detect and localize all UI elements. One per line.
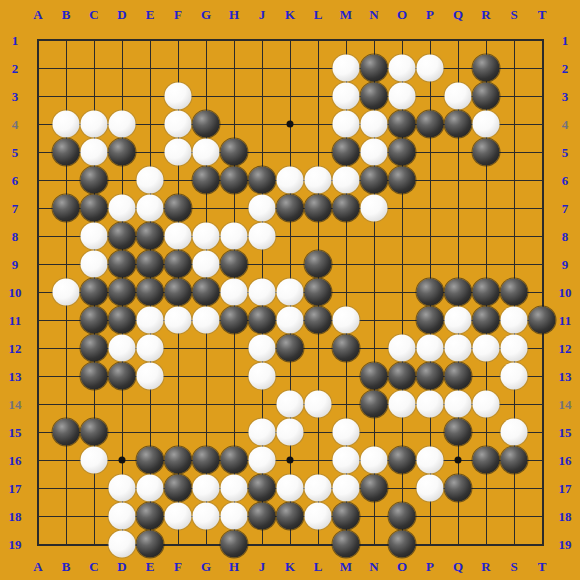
white-stone-C9: [81, 251, 108, 278]
white-stone-K10: [277, 279, 304, 306]
star-point-K4: [287, 121, 294, 128]
white-stone-C8: [81, 223, 108, 250]
black-stone-C11: [81, 307, 108, 334]
black-stone-O5: [389, 139, 416, 166]
col-label-bottom-J: J: [259, 560, 266, 573]
white-stone-M2: [333, 55, 360, 82]
black-stone-L9: [305, 251, 332, 278]
white-stone-N7: [361, 195, 388, 222]
col-label-top-R: R: [481, 8, 490, 21]
white-stone-L18: [305, 503, 332, 530]
row-label-right-8: 8: [562, 230, 569, 243]
black-stone-D8: [109, 223, 136, 250]
white-stone-P16: [417, 447, 444, 474]
black-stone-H11: [221, 307, 248, 334]
row-label-left-19: 19: [9, 538, 22, 551]
white-stone-G17: [193, 475, 220, 502]
black-stone-B15: [53, 419, 80, 446]
black-stone-H5: [221, 139, 248, 166]
white-stone-N16: [361, 447, 388, 474]
white-stone-J13: [249, 363, 276, 390]
black-stone-R5: [473, 139, 500, 166]
white-stone-Q3: [445, 83, 472, 110]
black-stone-S16: [501, 447, 528, 474]
black-stone-E10: [137, 279, 164, 306]
col-label-top-M: M: [340, 8, 352, 21]
white-stone-K17: [277, 475, 304, 502]
row-label-left-11: 11: [9, 314, 21, 327]
black-stone-Q15: [445, 419, 472, 446]
black-stone-L10: [305, 279, 332, 306]
col-label-top-J: J: [259, 8, 266, 21]
black-stone-D10: [109, 279, 136, 306]
black-stone-G6: [193, 167, 220, 194]
black-stone-P4: [417, 111, 444, 138]
col-label-top-G: G: [201, 8, 211, 21]
black-stone-R2: [473, 55, 500, 82]
col-label-top-Q: Q: [453, 8, 463, 21]
black-stone-Q13: [445, 363, 472, 390]
white-stone-D7: [109, 195, 136, 222]
white-stone-L14: [305, 391, 332, 418]
row-label-right-2: 2: [562, 62, 569, 75]
black-stone-N6: [361, 167, 388, 194]
black-stone-S10: [501, 279, 528, 306]
col-label-bottom-F: F: [174, 560, 182, 573]
black-stone-R10: [473, 279, 500, 306]
black-stone-J11: [249, 307, 276, 334]
row-label-right-6: 6: [562, 174, 569, 187]
row-label-right-10: 10: [559, 286, 572, 299]
white-stone-B4: [53, 111, 80, 138]
black-stone-E8: [137, 223, 164, 250]
black-stone-E19: [137, 531, 164, 558]
black-stone-C7: [81, 195, 108, 222]
row-label-left-5: 5: [12, 146, 19, 159]
white-stone-L17: [305, 475, 332, 502]
black-stone-C15: [81, 419, 108, 446]
black-stone-G4: [193, 111, 220, 138]
col-label-top-O: O: [397, 8, 407, 21]
white-stone-G8: [193, 223, 220, 250]
white-stone-C5: [81, 139, 108, 166]
white-stone-P17: [417, 475, 444, 502]
black-stone-Q4: [445, 111, 472, 138]
white-stone-E13: [137, 363, 164, 390]
white-stone-O3: [389, 83, 416, 110]
col-label-top-A: A: [33, 8, 42, 21]
row-label-right-4: 4: [562, 118, 569, 131]
col-label-bottom-S: S: [510, 560, 517, 573]
col-label-top-C: C: [89, 8, 98, 21]
black-stone-O18: [389, 503, 416, 530]
black-stone-C6: [81, 167, 108, 194]
black-stone-J17: [249, 475, 276, 502]
black-stone-Q10: [445, 279, 472, 306]
black-stone-N13: [361, 363, 388, 390]
white-stone-J15: [249, 419, 276, 446]
black-stone-L11: [305, 307, 332, 334]
white-stone-F3: [165, 83, 192, 110]
white-stone-C16: [81, 447, 108, 474]
row-label-right-7: 7: [562, 202, 569, 215]
black-stone-M7: [333, 195, 360, 222]
black-stone-E16: [137, 447, 164, 474]
col-label-bottom-G: G: [201, 560, 211, 573]
black-stone-L7: [305, 195, 332, 222]
white-stone-H10: [221, 279, 248, 306]
white-stone-J16: [249, 447, 276, 474]
white-stone-F4: [165, 111, 192, 138]
col-label-top-E: E: [146, 8, 155, 21]
col-label-bottom-E: E: [146, 560, 155, 573]
white-stone-E7: [137, 195, 164, 222]
black-stone-K7: [277, 195, 304, 222]
white-stone-G11: [193, 307, 220, 334]
black-stone-R3: [473, 83, 500, 110]
white-stone-M16: [333, 447, 360, 474]
black-stone-H16: [221, 447, 248, 474]
row-label-left-8: 8: [12, 230, 19, 243]
col-label-bottom-B: B: [62, 560, 71, 573]
black-stone-F10: [165, 279, 192, 306]
white-stone-J10: [249, 279, 276, 306]
star-point-D16: [119, 457, 126, 464]
col-label-top-T: T: [538, 8, 547, 21]
col-label-bottom-P: P: [426, 560, 434, 573]
row-label-left-1: 1: [12, 34, 19, 47]
white-stone-Q11: [445, 307, 472, 334]
black-stone-C12: [81, 335, 108, 362]
row-label-left-16: 16: [9, 454, 22, 467]
black-stone-P10: [417, 279, 444, 306]
white-stone-M15: [333, 419, 360, 446]
white-stone-C4: [81, 111, 108, 138]
black-stone-N17: [361, 475, 388, 502]
col-label-bottom-L: L: [314, 560, 323, 573]
black-stone-D9: [109, 251, 136, 278]
row-label-right-18: 18: [559, 510, 572, 523]
white-stone-G18: [193, 503, 220, 530]
black-stone-O19: [389, 531, 416, 558]
white-stone-F8: [165, 223, 192, 250]
col-label-bottom-R: R: [481, 560, 490, 573]
white-stone-B10: [53, 279, 80, 306]
row-label-left-18: 18: [9, 510, 22, 523]
row-label-left-13: 13: [9, 370, 22, 383]
black-stone-F17: [165, 475, 192, 502]
white-stone-S15: [501, 419, 528, 446]
white-stone-E17: [137, 475, 164, 502]
col-label-bottom-Q: Q: [453, 560, 463, 573]
black-stone-H6: [221, 167, 248, 194]
black-stone-P11: [417, 307, 444, 334]
black-stone-M19: [333, 531, 360, 558]
white-stone-E11: [137, 307, 164, 334]
white-stone-E6: [137, 167, 164, 194]
white-stone-Q14: [445, 391, 472, 418]
white-stone-O12: [389, 335, 416, 362]
star-point-K16: [287, 457, 294, 464]
col-label-top-S: S: [510, 8, 517, 21]
black-stone-M12: [333, 335, 360, 362]
white-stone-H18: [221, 503, 248, 530]
col-label-top-K: K: [285, 8, 295, 21]
black-stone-B7: [53, 195, 80, 222]
white-stone-R12: [473, 335, 500, 362]
white-stone-K15: [277, 419, 304, 446]
black-stone-F16: [165, 447, 192, 474]
black-stone-F9: [165, 251, 192, 278]
white-stone-R4: [473, 111, 500, 138]
white-stone-J8: [249, 223, 276, 250]
white-stone-J7: [249, 195, 276, 222]
white-stone-K14: [277, 391, 304, 418]
black-stone-M18: [333, 503, 360, 530]
black-stone-K12: [277, 335, 304, 362]
white-stone-F18: [165, 503, 192, 530]
row-label-left-7: 7: [12, 202, 19, 215]
row-label-left-15: 15: [9, 426, 22, 439]
row-label-right-5: 5: [562, 146, 569, 159]
row-label-right-13: 13: [559, 370, 572, 383]
go-board[interactable]: AABBCCDDEEFFGGHHJJKKLLMMNNOOPPQQRRSSTT11…: [0, 0, 580, 580]
white-stone-H17: [221, 475, 248, 502]
black-stone-H19: [221, 531, 248, 558]
black-stone-J6: [249, 167, 276, 194]
col-label-bottom-H: H: [229, 560, 239, 573]
white-stone-D19: [109, 531, 136, 558]
black-stone-T11: [529, 307, 556, 334]
row-label-right-17: 17: [559, 482, 572, 495]
black-stone-R11: [473, 307, 500, 334]
row-label-right-14: 14: [559, 398, 572, 411]
white-stone-P14: [417, 391, 444, 418]
row-label-right-15: 15: [559, 426, 572, 439]
black-stone-O6: [389, 167, 416, 194]
white-stone-P2: [417, 55, 444, 82]
white-stone-S11: [501, 307, 528, 334]
black-stone-E9: [137, 251, 164, 278]
white-stone-F5: [165, 139, 192, 166]
row-label-left-17: 17: [9, 482, 22, 495]
black-stone-O4: [389, 111, 416, 138]
black-stone-G10: [193, 279, 220, 306]
row-label-right-11: 11: [559, 314, 571, 327]
white-stone-L6: [305, 167, 332, 194]
col-label-bottom-D: D: [117, 560, 126, 573]
white-stone-G5: [193, 139, 220, 166]
black-stone-O16: [389, 447, 416, 474]
white-stone-S12: [501, 335, 528, 362]
row-label-left-4: 4: [12, 118, 19, 131]
white-stone-O14: [389, 391, 416, 418]
white-stone-J12: [249, 335, 276, 362]
white-stone-D17: [109, 475, 136, 502]
black-stone-R16: [473, 447, 500, 474]
col-label-bottom-M: M: [340, 560, 352, 573]
col-label-bottom-O: O: [397, 560, 407, 573]
black-stone-N14: [361, 391, 388, 418]
white-stone-D18: [109, 503, 136, 530]
black-stone-N3: [361, 83, 388, 110]
col-label-top-D: D: [117, 8, 126, 21]
black-stone-Q17: [445, 475, 472, 502]
white-stone-E12: [137, 335, 164, 362]
row-label-left-10: 10: [9, 286, 22, 299]
white-stone-S13: [501, 363, 528, 390]
white-stone-D12: [109, 335, 136, 362]
col-label-top-P: P: [426, 8, 434, 21]
black-stone-P13: [417, 363, 444, 390]
row-label-left-6: 6: [12, 174, 19, 187]
black-stone-D13: [109, 363, 136, 390]
col-label-bottom-N: N: [369, 560, 378, 573]
row-label-right-3: 3: [562, 90, 569, 103]
white-stone-M17: [333, 475, 360, 502]
col-label-bottom-K: K: [285, 560, 295, 573]
black-stone-N2: [361, 55, 388, 82]
white-stone-K6: [277, 167, 304, 194]
white-stone-H8: [221, 223, 248, 250]
col-label-top-F: F: [174, 8, 182, 21]
col-label-top-B: B: [62, 8, 71, 21]
col-label-bottom-A: A: [33, 560, 42, 573]
black-stone-O13: [389, 363, 416, 390]
col-label-top-N: N: [369, 8, 378, 21]
row-label-left-14: 14: [9, 398, 22, 411]
black-stone-G16: [193, 447, 220, 474]
star-point-Q16: [455, 457, 462, 464]
white-stone-O2: [389, 55, 416, 82]
col-label-top-H: H: [229, 8, 239, 21]
white-stone-R14: [473, 391, 500, 418]
black-stone-D5: [109, 139, 136, 166]
row-label-right-19: 19: [559, 538, 572, 551]
col-label-bottom-C: C: [89, 560, 98, 573]
black-stone-F7: [165, 195, 192, 222]
row-label-right-9: 9: [562, 258, 569, 271]
col-label-bottom-T: T: [538, 560, 547, 573]
col-label-top-L: L: [314, 8, 323, 21]
row-label-right-12: 12: [559, 342, 572, 355]
row-label-right-1: 1: [562, 34, 569, 47]
black-stone-H9: [221, 251, 248, 278]
row-label-left-3: 3: [12, 90, 19, 103]
row-label-left-12: 12: [9, 342, 22, 355]
white-stone-Q12: [445, 335, 472, 362]
white-stone-F11: [165, 307, 192, 334]
black-stone-M5: [333, 139, 360, 166]
white-stone-M3: [333, 83, 360, 110]
white-stone-N5: [361, 139, 388, 166]
black-stone-C13: [81, 363, 108, 390]
row-label-left-9: 9: [12, 258, 19, 271]
black-stone-C10: [81, 279, 108, 306]
white-stone-D4: [109, 111, 136, 138]
row-label-left-2: 2: [12, 62, 19, 75]
white-stone-G9: [193, 251, 220, 278]
black-stone-E18: [137, 503, 164, 530]
white-stone-M6: [333, 167, 360, 194]
black-stone-J18: [249, 503, 276, 530]
row-label-right-16: 16: [559, 454, 572, 467]
black-stone-D11: [109, 307, 136, 334]
white-stone-K11: [277, 307, 304, 334]
white-stone-M4: [333, 111, 360, 138]
white-stone-M11: [333, 307, 360, 334]
white-stone-N4: [361, 111, 388, 138]
white-stone-P12: [417, 335, 444, 362]
black-stone-B5: [53, 139, 80, 166]
black-stone-K18: [277, 503, 304, 530]
